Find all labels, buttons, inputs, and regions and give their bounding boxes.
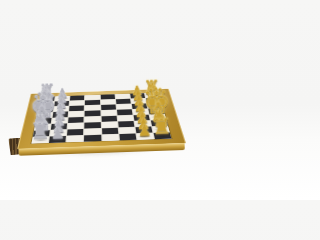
piece-shadow [40, 103, 53, 106]
board-square: ♝ [34, 124, 51, 130]
chess-board: ♜♟♟♜♞♟♟♞♝♟♟♝♛♟♟♛♚♟♟♚♝♟♟♝♞♟♟♞♜♟♟♜ [32, 93, 172, 144]
piece-shadow [34, 132, 48, 135]
product-photo: ♜♟♟♜♞♟♟♞♝♟♟♝♛♟♟♛♚♟♟♚♝♟♟♝♞♟♟♞♜♟♟♜ [0, 0, 200, 200]
board-square [102, 128, 118, 135]
piece-shadow [150, 110, 163, 113]
board-square: ♟ [52, 117, 68, 123]
piece-shadow [52, 125, 66, 128]
piece-shadow [138, 135, 153, 138]
piece-shadow [148, 104, 161, 107]
piece-shadow [135, 116, 149, 119]
board-square: ♞ [152, 126, 169, 133]
board-square: ♟ [132, 109, 148, 115]
piece-shadow [33, 138, 48, 141]
board-square [119, 134, 136, 141]
piece-shadow [131, 95, 143, 98]
piece-shadow [38, 114, 51, 117]
board-square [84, 135, 101, 142]
piece-shadow [56, 102, 69, 105]
perspective-scene: ♜♟♟♜♞♟♟♞♝♟♟♝♛♟♟♛♚♟♟♚♝♟♟♝♞♟♟♞♜♟♟♜ [0, 0, 200, 200]
board-square: ♟ [49, 136, 66, 143]
board-square: ♜ [153, 132, 171, 139]
board-square [69, 111, 84, 117]
piece-shadow [134, 110, 147, 113]
piece-shadow [39, 108, 52, 111]
piece-shadow [146, 94, 159, 97]
board-square [102, 134, 119, 141]
piece-shadow [51, 138, 65, 141]
board-square: ♟ [136, 133, 154, 140]
piece-shadow [155, 134, 170, 137]
piece-shadow [55, 108, 68, 111]
piece-shadow [154, 128, 168, 131]
piece-shadow [152, 121, 166, 124]
chess-board-frame: ♜♟♟♜♞♟♟♞♝♟♟♝♛♟♟♛♚♟♟♚♝♟♟♝♞♟♟♞♜♟♟♜ [17, 89, 186, 149]
piece-shadow [54, 113, 67, 116]
piece-shadow [151, 116, 165, 119]
piece-shadow [53, 119, 66, 122]
piece-shadow [56, 97, 68, 100]
piece-shadow [51, 131, 65, 134]
piece-shadow [133, 105, 146, 108]
piece-shadow [41, 98, 53, 101]
board-square: ♜ [32, 137, 49, 144]
piece-shadow [147, 99, 160, 102]
scene-tilt-wrapper: ♜♟♟♜♞♟♟♞♝♟♟♝♛♟♟♛♚♟♟♚♝♟♟♝♞♟♟♞♜♟♟♜ [0, 0, 200, 200]
board-square: ♟ [135, 127, 152, 134]
board-square: ♟ [51, 123, 67, 129]
piece-shadow [37, 119, 51, 122]
board-square [118, 127, 135, 134]
piece-shadow [36, 126, 50, 129]
board-square [67, 135, 84, 142]
piece-shadow [137, 128, 151, 131]
board-square [85, 122, 101, 128]
piece-shadow [136, 122, 150, 125]
board-square [117, 109, 133, 115]
piece-shadow [132, 100, 145, 103]
